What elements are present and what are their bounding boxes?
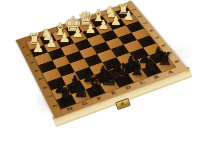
- rank-label-left: 4: [27, 65, 43, 75]
- rank-label-left: 7: [40, 91, 57, 102]
- rank-label-left: 5: [32, 73, 49, 83]
- rank-label-right: 7: [160, 48, 177, 58]
- rank-label-left: 3: [23, 57, 39, 67]
- rank-label-right: 2: [131, 12, 147, 20]
- rank-label-left: 6: [36, 82, 53, 93]
- rank-label-right: 6: [154, 40, 171, 50]
- rank-label-right: 4: [142, 26, 158, 35]
- rank-label-right: 5: [148, 33, 165, 42]
- chess-set-photo: HGFEDCBA1122334455667788HGFEDCBA ♜♞♝♛♚♝♞…: [0, 0, 200, 143]
- rank-label-right: 3: [136, 19, 152, 28]
- rank-label-left: 2: [20, 50, 36, 59]
